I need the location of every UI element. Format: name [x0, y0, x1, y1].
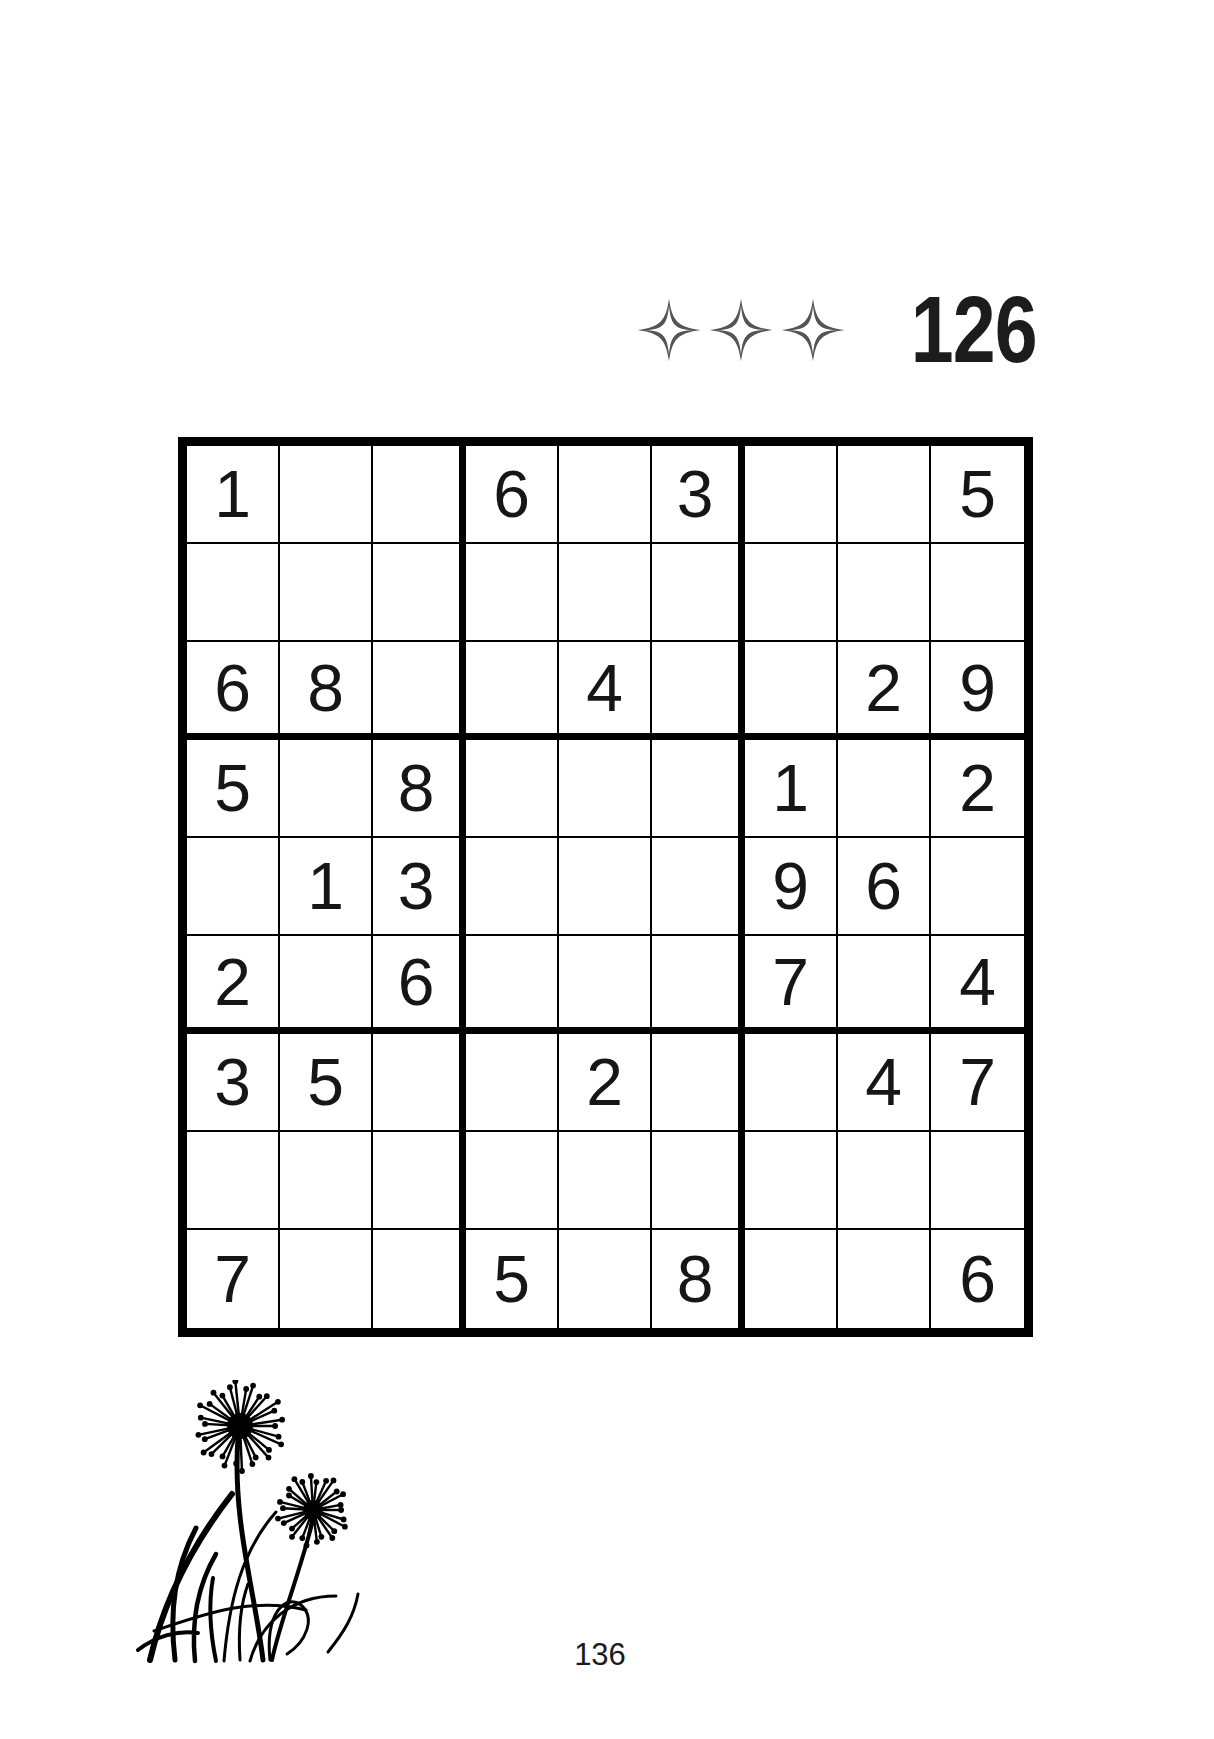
difficulty-star-icon: [709, 289, 773, 371]
cell-r8c8[interactable]: [838, 1132, 931, 1230]
cell-r8c6[interactable]: [652, 1132, 745, 1230]
cell-r5c4[interactable]: [466, 838, 559, 936]
cell-r7c5: 2: [559, 1034, 652, 1132]
cell-r7c2: 5: [280, 1034, 373, 1132]
dandelion-head-large: [196, 1380, 286, 1474]
cell-r3c9: 9: [931, 642, 1024, 740]
cell-r5c2: 1: [280, 838, 373, 936]
cell-r4c1: 5: [187, 740, 280, 838]
cell-r3c2: 8: [280, 642, 373, 740]
cell-r2c8[interactable]: [838, 544, 931, 642]
cell-r8c1[interactable]: [187, 1132, 280, 1230]
cell-r9c9: 6: [931, 1230, 1024, 1328]
cell-r3c4[interactable]: [466, 642, 559, 740]
difficulty-star-icon: [637, 289, 701, 371]
cell-r5c8: 6: [838, 838, 931, 936]
cell-r1c8[interactable]: [838, 446, 931, 544]
cell-r2c6[interactable]: [652, 544, 745, 642]
cell-r8c9[interactable]: [931, 1132, 1024, 1230]
cell-r9c7[interactable]: [745, 1230, 838, 1328]
cell-r5c3: 3: [373, 838, 466, 936]
cell-r2c9[interactable]: [931, 544, 1024, 642]
cell-r7c9: 7: [931, 1034, 1024, 1132]
cell-r1c6: 3: [652, 446, 745, 544]
cell-r7c1: 3: [187, 1034, 280, 1132]
cell-r4c5[interactable]: [559, 740, 652, 838]
cell-r8c3[interactable]: [373, 1132, 466, 1230]
cell-r5c5[interactable]: [559, 838, 652, 936]
cell-r2c3[interactable]: [373, 544, 466, 642]
cell-r1c2[interactable]: [280, 446, 373, 544]
puzzle-title: 126: [637, 283, 1037, 377]
cell-r2c5[interactable]: [559, 544, 652, 642]
cell-r6c4[interactable]: [466, 936, 559, 1034]
cell-r5c6[interactable]: [652, 838, 745, 936]
dandelion-illustration: [120, 1380, 364, 1664]
cell-r6c3: 6: [373, 936, 466, 1034]
cell-r6c2[interactable]: [280, 936, 373, 1034]
cell-r3c3[interactable]: [373, 642, 466, 740]
cell-r9c8[interactable]: [838, 1230, 931, 1328]
dandelion-head-small: [275, 1473, 348, 1548]
cell-r5c7: 9: [745, 838, 838, 936]
cell-r5c9[interactable]: [931, 838, 1024, 936]
cell-r6c5[interactable]: [559, 936, 652, 1034]
cell-r3c5: 4: [559, 642, 652, 740]
cell-r1c3[interactable]: [373, 446, 466, 544]
cell-r7c8: 4: [838, 1034, 931, 1132]
cell-r4c3: 8: [373, 740, 466, 838]
cell-r4c2[interactable]: [280, 740, 373, 838]
cell-r2c1[interactable]: [187, 544, 280, 642]
cell-r9c5[interactable]: [559, 1230, 652, 1328]
cell-r3c8: 2: [838, 642, 931, 740]
puzzle-number: 126: [911, 283, 1037, 377]
cell-r4c7: 1: [745, 740, 838, 838]
cell-r3c7[interactable]: [745, 642, 838, 740]
cell-r1c5[interactable]: [559, 446, 652, 544]
difficulty-stars: [637, 289, 845, 371]
cell-r7c4[interactable]: [466, 1034, 559, 1132]
sudoku-grid: 163568429581213962674352477586: [178, 437, 1033, 1337]
cell-r3c1: 6: [187, 642, 280, 740]
cell-r2c4[interactable]: [466, 544, 559, 642]
cell-r7c6[interactable]: [652, 1034, 745, 1132]
cell-r1c1: 1: [187, 446, 280, 544]
page-number: 136: [0, 1637, 1200, 1673]
cell-r9c2[interactable]: [280, 1230, 373, 1328]
cell-r6c1: 2: [187, 936, 280, 1034]
cell-r6c6[interactable]: [652, 936, 745, 1034]
cell-r4c4[interactable]: [466, 740, 559, 838]
cell-r6c7: 7: [745, 936, 838, 1034]
cell-r9c3[interactable]: [373, 1230, 466, 1328]
difficulty-star-icon: [781, 289, 845, 371]
cell-r6c9: 4: [931, 936, 1024, 1034]
cell-r8c5[interactable]: [559, 1132, 652, 1230]
cell-r8c7[interactable]: [745, 1132, 838, 1230]
cell-r8c2[interactable]: [280, 1132, 373, 1230]
cell-r9c1: 7: [187, 1230, 280, 1328]
cell-r4c9: 2: [931, 740, 1024, 838]
cell-r7c3[interactable]: [373, 1034, 466, 1132]
cell-r2c2[interactable]: [280, 544, 373, 642]
cell-r1c9: 5: [931, 446, 1024, 544]
cell-r8c4[interactable]: [466, 1132, 559, 1230]
cell-r6c8[interactable]: [838, 936, 931, 1034]
cell-r1c4: 6: [466, 446, 559, 544]
cell-r9c6: 8: [652, 1230, 745, 1328]
cell-r1c7[interactable]: [745, 446, 838, 544]
cell-r9c4: 5: [466, 1230, 559, 1328]
cell-r2c7[interactable]: [745, 544, 838, 642]
cell-r5c1[interactable]: [187, 838, 280, 936]
cell-r4c6[interactable]: [652, 740, 745, 838]
book-page: { "game": "sudoku", "position": "1..6.3.…: [0, 0, 1214, 1739]
cell-r4c8[interactable]: [838, 740, 931, 838]
cell-r3c6[interactable]: [652, 642, 745, 740]
cell-r7c7[interactable]: [745, 1034, 838, 1132]
